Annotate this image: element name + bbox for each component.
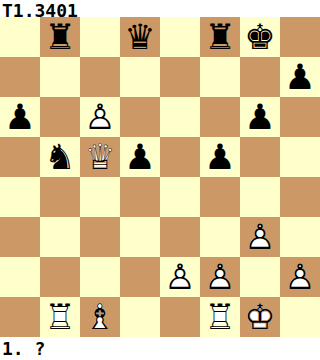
square-e5[interactable] [160,137,200,177]
black-king: ♚ [240,17,280,57]
square-b5[interactable]: ♞ [40,137,80,177]
square-f4[interactable] [200,177,240,217]
square-a1[interactable] [0,297,40,337]
black-pawn: ♟ [280,57,320,97]
square-a8[interactable] [0,17,40,57]
square-c3[interactable] [80,217,120,257]
square-a6[interactable]: ♟ [0,97,40,137]
square-d1[interactable] [120,297,160,337]
square-c8[interactable] [80,17,120,57]
black-pawn: ♟ [200,137,240,177]
black-knight: ♞ [40,137,80,177]
square-g8[interactable]: ♚ [240,17,280,57]
white-pawn: ♟♙ [80,97,120,137]
square-a3[interactable] [0,217,40,257]
square-g4[interactable] [240,177,280,217]
square-e7[interactable] [160,57,200,97]
white-king-outline: ♔ [240,297,280,337]
white-queen: ♛♕ [80,137,120,177]
white-bishop-outline: ♗ [80,297,120,337]
square-a4[interactable] [0,177,40,217]
square-f6[interactable] [200,97,240,137]
square-b6[interactable] [40,97,80,137]
square-a5[interactable] [0,137,40,177]
square-h2[interactable]: ♟♙ [280,257,320,297]
white-pawn: ♟♙ [200,257,240,297]
square-c7[interactable] [80,57,120,97]
square-b2[interactable] [40,257,80,297]
square-f3[interactable] [200,217,240,257]
square-e2[interactable]: ♟♙ [160,257,200,297]
square-h1[interactable] [280,297,320,337]
white-pawn-outline: ♙ [160,257,200,297]
square-d2[interactable] [120,257,160,297]
black-pawn: ♟ [240,97,280,137]
square-b4[interactable] [40,177,80,217]
black-rook: ♜ [40,17,80,57]
square-e3[interactable] [160,217,200,257]
square-c5[interactable]: ♛♕ [80,137,120,177]
square-g3[interactable]: ♟♙ [240,217,280,257]
square-b8[interactable]: ♜ [40,17,80,57]
square-g1[interactable]: ♚♔ [240,297,280,337]
white-king: ♚♔ [240,297,280,337]
white-rook: ♜♖ [200,297,240,337]
square-d6[interactable] [120,97,160,137]
square-a2[interactable] [0,257,40,297]
chess-board: ♜♛♜♚♟♟♟♙♟♞♛♕♟♟♟♙♟♙♟♙♟♙♜♖♝♗♜♖♚♔ [0,17,320,337]
square-c1[interactable]: ♝♗ [80,297,120,337]
square-f1[interactable]: ♜♖ [200,297,240,337]
square-h5[interactable] [280,137,320,177]
white-bishop: ♝♗ [80,297,120,337]
square-d5[interactable]: ♟ [120,137,160,177]
square-d4[interactable] [120,177,160,217]
square-e8[interactable] [160,17,200,57]
square-f5[interactable]: ♟ [200,137,240,177]
white-rook-outline: ♖ [200,297,240,337]
square-b1[interactable]: ♜♖ [40,297,80,337]
chess-app-window: T1.3401 ♜♛♜♚♟♟♟♙♟♞♛♕♟♟♟♙♟♙♟♙♟♙♜♖♝♗♜♖♚♔ 1… [0,0,320,360]
white-rook-outline: ♖ [40,297,80,337]
black-rook: ♜ [200,17,240,57]
square-c4[interactable] [80,177,120,217]
square-f8[interactable]: ♜ [200,17,240,57]
square-h7[interactable]: ♟ [280,57,320,97]
square-g5[interactable] [240,137,280,177]
white-pawn: ♟♙ [240,217,280,257]
square-h4[interactable] [280,177,320,217]
move-prompt: 1. ? [2,338,45,360]
white-pawn-outline: ♙ [200,257,240,297]
square-g6[interactable]: ♟ [240,97,280,137]
square-e4[interactable] [160,177,200,217]
square-d3[interactable] [120,217,160,257]
puzzle-title: T1.3401 [2,0,78,17]
black-queen: ♛ [120,17,160,57]
white-queen-outline: ♕ [80,137,120,177]
black-pawn: ♟ [0,97,40,137]
square-h6[interactable] [280,97,320,137]
white-pawn-outline: ♙ [80,97,120,137]
square-e6[interactable] [160,97,200,137]
square-h3[interactable] [280,217,320,257]
square-g2[interactable] [240,257,280,297]
white-rook: ♜♖ [40,297,80,337]
square-f7[interactable] [200,57,240,97]
white-pawn-outline: ♙ [240,217,280,257]
white-pawn: ♟♙ [160,257,200,297]
square-b3[interactable] [40,217,80,257]
black-pawn: ♟ [120,137,160,177]
square-f2[interactable]: ♟♙ [200,257,240,297]
white-pawn: ♟♙ [280,257,320,297]
square-c6[interactable]: ♟♙ [80,97,120,137]
square-c2[interactable] [80,257,120,297]
square-g7[interactable] [240,57,280,97]
white-pawn-outline: ♙ [280,257,320,297]
square-d7[interactable] [120,57,160,97]
square-h8[interactable] [280,17,320,57]
square-e1[interactable] [160,297,200,337]
square-a7[interactable] [0,57,40,97]
square-b7[interactable] [40,57,80,97]
square-d8[interactable]: ♛ [120,17,160,57]
